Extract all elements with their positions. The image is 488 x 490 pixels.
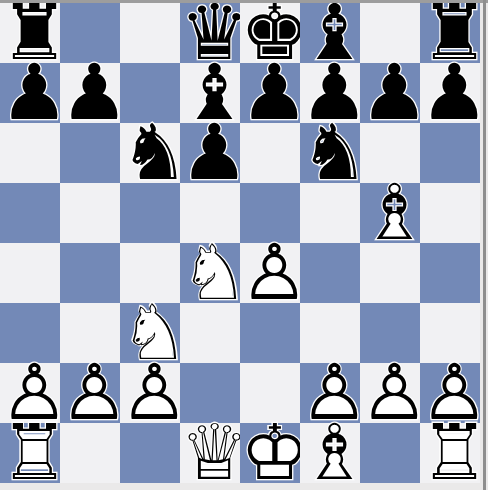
piece-white-pawn: ♟♙ bbox=[360, 363, 420, 423]
square-a1[interactable]: ♜♖ bbox=[0, 423, 60, 483]
piece-outline-layer: ♟ bbox=[420, 63, 480, 123]
piece-outline-layer: ♞ bbox=[120, 123, 180, 183]
piece-black-pawn: ♟♟ bbox=[0, 63, 60, 123]
square-b2[interactable]: ♟♙ bbox=[60, 363, 120, 423]
piece-outline-layer: ♗ bbox=[300, 423, 360, 483]
square-a7[interactable]: ♟♟ bbox=[0, 63, 60, 123]
piece-fill-layer: ♜ bbox=[0, 423, 60, 483]
piece-outline-layer: ♙ bbox=[360, 363, 420, 423]
piece-fill-layer: ♜ bbox=[420, 423, 480, 483]
piece-fill-layer: ♟ bbox=[0, 63, 60, 123]
piece-outline-layer: ♖ bbox=[0, 423, 60, 483]
piece-fill-layer: ♟ bbox=[60, 63, 120, 123]
piece-black-pawn: ♟♟ bbox=[420, 63, 480, 123]
piece-outline-layer: ♟ bbox=[60, 63, 120, 123]
piece-outline-layer: ♙ bbox=[300, 363, 360, 423]
square-g2[interactable]: ♟♙ bbox=[360, 363, 420, 423]
piece-outline-layer: ♟ bbox=[180, 123, 240, 183]
piece-fill-layer: ♝ bbox=[300, 3, 360, 63]
piece-outline-layer: ♔ bbox=[240, 423, 300, 483]
square-d7[interactable]: ♝♝ bbox=[180, 63, 240, 123]
square-h3[interactable] bbox=[420, 303, 480, 363]
square-a6[interactable] bbox=[0, 123, 60, 183]
piece-black-knight: ♞♞ bbox=[120, 123, 180, 183]
piece-black-knight: ♞♞ bbox=[300, 123, 360, 183]
square-f3[interactable] bbox=[300, 303, 360, 363]
square-c8[interactable] bbox=[120, 3, 180, 63]
piece-fill-layer: ♟ bbox=[300, 363, 360, 423]
piece-fill-layer: ♟ bbox=[240, 63, 300, 123]
square-a5[interactable] bbox=[0, 183, 60, 243]
square-h5[interactable] bbox=[420, 183, 480, 243]
square-e7[interactable]: ♟♟ bbox=[240, 63, 300, 123]
piece-fill-layer: ♟ bbox=[60, 363, 120, 423]
square-b1[interactable] bbox=[60, 423, 120, 483]
piece-black-pawn: ♟♟ bbox=[240, 63, 300, 123]
piece-black-pawn: ♟♟ bbox=[300, 63, 360, 123]
piece-fill-layer: ♟ bbox=[300, 63, 360, 123]
square-d5[interactable] bbox=[180, 183, 240, 243]
piece-fill-layer: ♟ bbox=[360, 63, 420, 123]
piece-white-knight: ♞♘ bbox=[120, 303, 180, 363]
piece-outline-layer: ♙ bbox=[420, 363, 480, 423]
square-g4[interactable] bbox=[360, 243, 420, 303]
piece-black-bishop: ♝♝ bbox=[300, 3, 360, 63]
piece-fill-layer: ♝ bbox=[180, 63, 240, 123]
square-c1[interactable] bbox=[120, 423, 180, 483]
piece-outline-layer: ♝ bbox=[180, 63, 240, 123]
square-g5[interactable]: ♝♗ bbox=[360, 183, 420, 243]
window-edge-line bbox=[483, 0, 486, 490]
square-d4[interactable]: ♞♘ bbox=[180, 243, 240, 303]
piece-fill-layer: ♞ bbox=[300, 123, 360, 183]
piece-fill-layer: ♝ bbox=[360, 183, 420, 243]
piece-outline-layer: ♗ bbox=[360, 183, 420, 243]
piece-fill-layer: ♞ bbox=[180, 243, 240, 303]
piece-white-knight: ♞♘ bbox=[180, 243, 240, 303]
square-f1[interactable]: ♝♗ bbox=[300, 423, 360, 483]
square-g3[interactable] bbox=[360, 303, 420, 363]
piece-black-pawn: ♟♟ bbox=[180, 123, 240, 183]
square-e4[interactable]: ♟♙ bbox=[240, 243, 300, 303]
square-c5[interactable] bbox=[120, 183, 180, 243]
piece-fill-layer: ♛ bbox=[180, 423, 240, 483]
chess-app-window: ♜♜♛♛♚♚♝♝♜♜♟♟♟♟♝♝♟♟♟♟♟♟♟♟♞♞♟♟♞♞♝♗♞♘♟♙♞♘♟♙… bbox=[0, 0, 488, 490]
piece-outline-layer: ♞ bbox=[300, 123, 360, 183]
piece-black-pawn: ♟♟ bbox=[360, 63, 420, 123]
piece-white-pawn: ♟♙ bbox=[120, 363, 180, 423]
square-h7[interactable]: ♟♟ bbox=[420, 63, 480, 123]
piece-fill-layer: ♟ bbox=[420, 63, 480, 123]
piece-outline-layer: ♙ bbox=[120, 363, 180, 423]
piece-outline-layer: ♟ bbox=[300, 63, 360, 123]
board-top-border bbox=[0, 0, 488, 3]
piece-fill-layer: ♞ bbox=[120, 123, 180, 183]
square-c3[interactable]: ♞♘ bbox=[120, 303, 180, 363]
square-e6[interactable] bbox=[240, 123, 300, 183]
piece-outline-layer: ♛ bbox=[180, 3, 240, 63]
square-c7[interactable] bbox=[120, 63, 180, 123]
piece-fill-layer: ♝ bbox=[300, 423, 360, 483]
piece-fill-layer: ♜ bbox=[420, 3, 480, 63]
piece-outline-layer: ♕ bbox=[180, 423, 240, 483]
piece-fill-layer: ♚ bbox=[240, 423, 300, 483]
square-a3[interactable] bbox=[0, 303, 60, 363]
piece-outline-layer: ♜ bbox=[420, 3, 480, 63]
square-f4[interactable] bbox=[300, 243, 360, 303]
piece-black-pawn: ♟♟ bbox=[60, 63, 120, 123]
piece-black-bishop: ♝♝ bbox=[180, 63, 240, 123]
square-g1[interactable] bbox=[360, 423, 420, 483]
piece-outline-layer: ♟ bbox=[0, 63, 60, 123]
square-f5[interactable] bbox=[300, 183, 360, 243]
square-d2[interactable] bbox=[180, 363, 240, 423]
square-c4[interactable] bbox=[120, 243, 180, 303]
piece-fill-layer: ♟ bbox=[180, 123, 240, 183]
piece-outline-layer: ♘ bbox=[120, 303, 180, 363]
piece-fill-layer: ♟ bbox=[360, 363, 420, 423]
square-g7[interactable]: ♟♟ bbox=[360, 63, 420, 123]
square-g8[interactable] bbox=[360, 3, 420, 63]
piece-white-king: ♚♔ bbox=[240, 423, 300, 483]
square-c6[interactable]: ♞♞ bbox=[120, 123, 180, 183]
square-f2[interactable]: ♟♙ bbox=[300, 363, 360, 423]
piece-outline-layer: ♙ bbox=[240, 243, 300, 303]
square-f6[interactable]: ♞♞ bbox=[300, 123, 360, 183]
piece-outline-layer: ♖ bbox=[420, 423, 480, 483]
piece-black-rook: ♜♜ bbox=[0, 3, 60, 63]
piece-outline-layer: ♟ bbox=[360, 63, 420, 123]
square-e1[interactable]: ♚♔ bbox=[240, 423, 300, 483]
square-h1[interactable]: ♜♖ bbox=[420, 423, 480, 483]
square-h2[interactable]: ♟♙ bbox=[420, 363, 480, 423]
chess-board: ♜♜♛♛♚♚♝♝♜♜♟♟♟♟♝♝♟♟♟♟♟♟♟♟♞♞♟♟♞♞♝♗♞♘♟♙♞♘♟♙… bbox=[0, 3, 480, 483]
square-b4[interactable] bbox=[60, 243, 120, 303]
square-d6[interactable]: ♟♟ bbox=[180, 123, 240, 183]
square-d3[interactable] bbox=[180, 303, 240, 363]
piece-outline-layer: ♟ bbox=[240, 63, 300, 123]
piece-outline-layer: ♙ bbox=[60, 363, 120, 423]
piece-white-pawn: ♟♙ bbox=[0, 363, 60, 423]
square-e8[interactable]: ♚♚ bbox=[240, 3, 300, 63]
square-b6[interactable] bbox=[60, 123, 120, 183]
piece-outline-layer: ♘ bbox=[180, 243, 240, 303]
square-d8[interactable]: ♛♛ bbox=[180, 3, 240, 63]
square-a8[interactable]: ♜♜ bbox=[0, 3, 60, 63]
piece-fill-layer: ♞ bbox=[120, 303, 180, 363]
square-h4[interactable] bbox=[420, 243, 480, 303]
square-b8[interactable] bbox=[60, 3, 120, 63]
piece-black-rook: ♜♜ bbox=[420, 3, 480, 63]
square-f7[interactable]: ♟♟ bbox=[300, 63, 360, 123]
piece-fill-layer: ♟ bbox=[120, 363, 180, 423]
square-g6[interactable] bbox=[360, 123, 420, 183]
square-b3[interactable] bbox=[60, 303, 120, 363]
piece-white-bishop: ♝♗ bbox=[300, 423, 360, 483]
square-a2[interactable]: ♟♙ bbox=[0, 363, 60, 423]
piece-fill-layer: ♟ bbox=[0, 363, 60, 423]
square-b7[interactable]: ♟♟ bbox=[60, 63, 120, 123]
square-b5[interactable] bbox=[60, 183, 120, 243]
piece-white-pawn: ♟♙ bbox=[300, 363, 360, 423]
piece-white-rook: ♜♖ bbox=[0, 423, 60, 483]
piece-fill-layer: ♚ bbox=[240, 3, 300, 63]
square-a4[interactable] bbox=[0, 243, 60, 303]
piece-outline-layer: ♜ bbox=[0, 3, 60, 63]
square-d1[interactable]: ♛♕ bbox=[180, 423, 240, 483]
piece-outline-layer: ♙ bbox=[0, 363, 60, 423]
square-c2[interactable]: ♟♙ bbox=[120, 363, 180, 423]
square-e3[interactable] bbox=[240, 303, 300, 363]
piece-fill-layer: ♟ bbox=[420, 363, 480, 423]
piece-fill-layer: ♟ bbox=[240, 243, 300, 303]
piece-fill-layer: ♜ bbox=[0, 3, 60, 63]
square-h6[interactable] bbox=[420, 123, 480, 183]
square-e5[interactable] bbox=[240, 183, 300, 243]
square-f8[interactable]: ♝♝ bbox=[300, 3, 360, 63]
piece-outline-layer: ♚ bbox=[240, 3, 300, 63]
piece-white-pawn: ♟♙ bbox=[60, 363, 120, 423]
piece-white-rook: ♜♖ bbox=[420, 423, 480, 483]
piece-white-queen: ♛♕ bbox=[180, 423, 240, 483]
piece-black-queen: ♛♛ bbox=[180, 3, 240, 63]
piece-outline-layer: ♝ bbox=[300, 3, 360, 63]
piece-fill-layer: ♛ bbox=[180, 3, 240, 63]
square-e2[interactable] bbox=[240, 363, 300, 423]
piece-black-king: ♚♚ bbox=[240, 3, 300, 63]
piece-white-bishop: ♝♗ bbox=[360, 183, 420, 243]
square-h8[interactable]: ♜♜ bbox=[420, 3, 480, 63]
piece-white-pawn: ♟♙ bbox=[240, 243, 300, 303]
piece-white-pawn: ♟♙ bbox=[420, 363, 480, 423]
